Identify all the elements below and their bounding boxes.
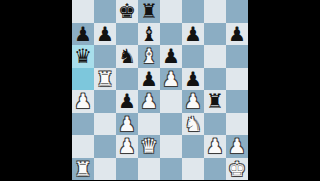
- square-d3[interactable]: [138, 113, 160, 136]
- white-pawn[interactable]: ♟: [160, 68, 182, 91]
- black-pawn[interactable]: ♟: [226, 23, 248, 46]
- square-g1[interactable]: [204, 158, 226, 181]
- white-pawn[interactable]: ♟: [116, 113, 138, 136]
- square-c3[interactable]: ♟: [116, 113, 138, 136]
- square-e5[interactable]: ♟: [160, 68, 182, 91]
- square-e6[interactable]: ♟: [160, 45, 182, 68]
- black-rook[interactable]: ♜: [204, 90, 226, 113]
- white-pawn[interactable]: ♟: [182, 90, 204, 113]
- square-c2[interactable]: ♟: [116, 135, 138, 158]
- square-a6[interactable]: ♛: [72, 45, 94, 68]
- square-d5[interactable]: ♟: [138, 68, 160, 91]
- square-c6[interactable]: ♞: [116, 45, 138, 68]
- square-b6[interactable]: [94, 45, 116, 68]
- black-bishop[interactable]: ♝: [138, 23, 160, 46]
- square-d7[interactable]: ♝: [138, 23, 160, 46]
- square-f8[interactable]: [182, 0, 204, 23]
- square-e3[interactable]: [160, 113, 182, 136]
- white-pawn[interactable]: ♟: [226, 135, 248, 158]
- black-pawn[interactable]: ♟: [182, 23, 204, 46]
- black-king[interactable]: ♚: [116, 0, 138, 23]
- square-a2[interactable]: [72, 135, 94, 158]
- square-b3[interactable]: [94, 113, 116, 136]
- square-b5[interactable]: ♜: [94, 68, 116, 91]
- video-frame: ♚♜♟♟♝♟♟♛♞♝♟♜♟♟♟♟♟♟♟♜♟♞♟♛♟♟♜♚: [0, 0, 320, 180]
- square-a5[interactable]: [72, 68, 94, 91]
- square-f2[interactable]: [182, 135, 204, 158]
- square-a8[interactable]: [72, 0, 94, 23]
- square-h4[interactable]: [226, 90, 248, 113]
- square-f5[interactable]: ♟: [182, 68, 204, 91]
- letterbox-left: [0, 0, 72, 180]
- white-rook[interactable]: ♜: [94, 68, 116, 91]
- black-knight[interactable]: ♞: [116, 45, 138, 68]
- white-pawn[interactable]: ♟: [204, 135, 226, 158]
- square-b2[interactable]: [94, 135, 116, 158]
- square-d4[interactable]: ♟: [138, 90, 160, 113]
- square-b8[interactable]: [94, 0, 116, 23]
- square-h3[interactable]: [226, 113, 248, 136]
- square-a4[interactable]: ♟: [72, 90, 94, 113]
- square-g5[interactable]: [204, 68, 226, 91]
- white-bishop[interactable]: ♝: [138, 45, 160, 68]
- square-h2[interactable]: ♟: [226, 135, 248, 158]
- square-c5[interactable]: [116, 68, 138, 91]
- square-c7[interactable]: [116, 23, 138, 46]
- square-f6[interactable]: [182, 45, 204, 68]
- square-h1[interactable]: ♚: [226, 158, 248, 181]
- square-a7[interactable]: ♟: [72, 23, 94, 46]
- square-a3[interactable]: [72, 113, 94, 136]
- square-c8[interactable]: ♚: [116, 0, 138, 23]
- square-d1[interactable]: [138, 158, 160, 181]
- square-h7[interactable]: ♟: [226, 23, 248, 46]
- square-b1[interactable]: [94, 158, 116, 181]
- letterbox-right: [248, 0, 320, 180]
- white-pawn[interactable]: ♟: [138, 90, 160, 113]
- square-h6[interactable]: [226, 45, 248, 68]
- white-king[interactable]: ♚: [226, 158, 248, 181]
- square-d8[interactable]: ♜: [138, 0, 160, 23]
- square-d2[interactable]: ♛: [138, 135, 160, 158]
- black-pawn[interactable]: ♟: [160, 45, 182, 68]
- square-f7[interactable]: ♟: [182, 23, 204, 46]
- black-pawn[interactable]: ♟: [182, 68, 204, 91]
- square-g2[interactable]: ♟: [204, 135, 226, 158]
- black-pawn[interactable]: ♟: [94, 23, 116, 46]
- square-e1[interactable]: [160, 158, 182, 181]
- square-g8[interactable]: [204, 0, 226, 23]
- square-h5[interactable]: [226, 68, 248, 91]
- white-pawn[interactable]: ♟: [72, 90, 94, 113]
- black-pawn[interactable]: ♟: [138, 68, 160, 91]
- square-a1[interactable]: ♜: [72, 158, 94, 181]
- black-pawn[interactable]: ♟: [72, 23, 94, 46]
- square-g7[interactable]: [204, 23, 226, 46]
- black-pawn[interactable]: ♟: [116, 90, 138, 113]
- square-e2[interactable]: [160, 135, 182, 158]
- square-h8[interactable]: [226, 0, 248, 23]
- square-f4[interactable]: ♟: [182, 90, 204, 113]
- square-b4[interactable]: [94, 90, 116, 113]
- square-d6[interactable]: ♝: [138, 45, 160, 68]
- white-knight[interactable]: ♞: [182, 113, 204, 136]
- square-g4[interactable]: ♜: [204, 90, 226, 113]
- square-e8[interactable]: [160, 0, 182, 23]
- white-pawn[interactable]: ♟: [116, 135, 138, 158]
- black-queen[interactable]: ♛: [72, 45, 94, 68]
- white-queen[interactable]: ♛: [138, 135, 160, 158]
- square-g6[interactable]: [204, 45, 226, 68]
- black-rook[interactable]: ♜: [138, 0, 160, 23]
- square-f1[interactable]: [182, 158, 204, 181]
- chess-board: ♚♜♟♟♝♟♟♛♞♝♟♜♟♟♟♟♟♟♟♜♟♞♟♛♟♟♜♚: [72, 0, 248, 180]
- square-e7[interactable]: [160, 23, 182, 46]
- square-g3[interactable]: [204, 113, 226, 136]
- square-f3[interactable]: ♞: [182, 113, 204, 136]
- white-rook[interactable]: ♜: [72, 158, 94, 181]
- square-b7[interactable]: ♟: [94, 23, 116, 46]
- square-c1[interactable]: [116, 158, 138, 181]
- square-c4[interactable]: ♟: [116, 90, 138, 113]
- square-e4[interactable]: [160, 90, 182, 113]
